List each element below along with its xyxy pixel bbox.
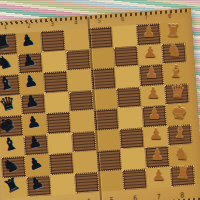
board-square bbox=[44, 91, 69, 113]
board-square bbox=[70, 110, 95, 132]
board-square bbox=[91, 67, 116, 89]
piece-white-bishop: ♝ bbox=[168, 63, 184, 81]
board-square bbox=[74, 171, 99, 193]
piece-white-knight: ♞ bbox=[167, 42, 183, 60]
coordinate-mark: 7 bbox=[157, 193, 161, 200]
piece-white-pawn: ♟ bbox=[148, 107, 161, 122]
board-square bbox=[113, 45, 138, 67]
coordinate-mark: 5 bbox=[97, 17, 101, 24]
coordinate-mark: 3 bbox=[51, 20, 55, 27]
board-square bbox=[88, 27, 113, 49]
piece-black-pawn: ♟ bbox=[23, 73, 39, 90]
board-square bbox=[47, 132, 72, 154]
coordinate-mark: 8 bbox=[180, 191, 184, 198]
board-square bbox=[73, 151, 98, 173]
piece-white-pawn: ♟ bbox=[151, 147, 164, 162]
board-square bbox=[94, 108, 119, 130]
piece-white-rook: ♜ bbox=[175, 165, 191, 183]
piece-white-rook: ♜ bbox=[165, 22, 181, 40]
piece-black-pawn: ♟ bbox=[21, 52, 37, 69]
piece-black-pawn: ♟ bbox=[28, 175, 46, 194]
piece-black-bishop: ♝ bbox=[0, 73, 16, 94]
coordinate-mark: 6 bbox=[133, 195, 137, 200]
piece-white-bishop: ♝ bbox=[172, 124, 188, 142]
photo-scene: 12345678 ♜♟♟♜♞♟♟♞♝♟♟♝♛♟♟♛♚♟♟♚♝♟♟♝♞♟♟♞♜♟♟… bbox=[0, 0, 200, 200]
piece-black-queen: ♛ bbox=[0, 93, 18, 115]
board-square: ♟ bbox=[140, 85, 165, 107]
board-square: ♟ bbox=[143, 125, 168, 147]
board-square bbox=[92, 88, 117, 110]
board-square bbox=[115, 66, 140, 88]
piece-white-knight: ♞ bbox=[174, 144, 190, 162]
coordinate-mark: 2 bbox=[27, 22, 31, 29]
piece-black-pawn: ♟ bbox=[20, 32, 36, 49]
piece-black-pawn: ♟ bbox=[26, 114, 42, 131]
coordinate-mark: 6 bbox=[121, 15, 125, 22]
board-square bbox=[40, 30, 65, 52]
board-square: ♟ bbox=[18, 52, 43, 74]
piece-white-pawn: ♟ bbox=[142, 25, 155, 40]
piece-black-rook: ♜ bbox=[0, 32, 13, 53]
board-square bbox=[118, 107, 143, 129]
board-square bbox=[116, 86, 141, 108]
piece-black-pawn: ♟ bbox=[27, 134, 43, 151]
piece-black-rook: ♜ bbox=[2, 175, 23, 197]
board-square bbox=[112, 25, 137, 47]
board-square bbox=[43, 71, 68, 93]
board-square bbox=[64, 28, 89, 50]
board-square bbox=[50, 173, 75, 195]
coordinate-mark: 4 bbox=[86, 198, 90, 200]
board-square bbox=[49, 153, 74, 175]
piece-white-pawn: ♟ bbox=[144, 45, 157, 60]
board-square: ♜ bbox=[170, 165, 195, 187]
coordinate-mark: 4 bbox=[74, 18, 78, 25]
board-square bbox=[67, 69, 92, 91]
piece-white-queen: ♛ bbox=[169, 83, 186, 102]
piece-black-bishop: ♝ bbox=[1, 134, 20, 155]
board-square bbox=[66, 49, 91, 71]
chess-board: 12345678 ♜♟♟♜♞♟♟♞♝♟♟♝♛♟♟♛♚♟♟♚♝♟♟♝♞♟♟♞♜♟♟… bbox=[0, 8, 200, 200]
piece-white-pawn: ♟ bbox=[145, 66, 158, 81]
coordinate-mark: 8 bbox=[168, 12, 172, 19]
board-square: ♟ bbox=[26, 175, 51, 197]
board-square: ♟ bbox=[146, 166, 171, 188]
board-square bbox=[122, 168, 147, 190]
piece-white-pawn: ♟ bbox=[149, 127, 162, 142]
board-square bbox=[71, 130, 96, 152]
piece-white-king: ♚ bbox=[170, 103, 187, 122]
board-square: ♜ bbox=[2, 176, 27, 198]
piece-black-pawn: ♟ bbox=[24, 93, 40, 110]
piece-black-knight: ♞ bbox=[0, 53, 15, 74]
board-square bbox=[68, 90, 93, 112]
coordinate-mark: 5 bbox=[110, 196, 114, 200]
board-square bbox=[119, 127, 144, 149]
piece-white-pawn: ♟ bbox=[146, 86, 159, 101]
coordinate-mark: 7 bbox=[144, 14, 148, 21]
piece-black-pawn: ♟ bbox=[27, 154, 45, 173]
coordinate-mark: 1 bbox=[4, 23, 8, 30]
board-square bbox=[121, 148, 146, 170]
board-square bbox=[95, 129, 120, 151]
board-square: ♟ bbox=[137, 44, 162, 66]
board-square: ♟ bbox=[21, 93, 46, 115]
board-square bbox=[98, 170, 123, 192]
board-square bbox=[42, 50, 67, 72]
board-square bbox=[90, 47, 115, 69]
piece-white-pawn: ♟ bbox=[152, 168, 165, 183]
board-square bbox=[46, 112, 71, 134]
board-square bbox=[97, 149, 122, 171]
